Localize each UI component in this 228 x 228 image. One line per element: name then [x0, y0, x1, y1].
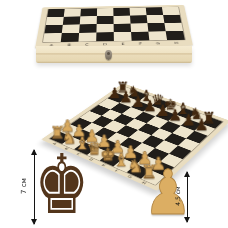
square: [43, 33, 62, 42]
square: [114, 24, 131, 33]
file-letter: E: [101, 163, 107, 167]
square: [44, 25, 62, 34]
square: [131, 23, 149, 32]
square: [166, 31, 185, 40]
square: [164, 23, 183, 32]
pawn-size-figure: ♟ 4,5 см: [138, 162, 212, 226]
king-size-figure: 7 см ♚: [14, 146, 94, 228]
square: [147, 23, 165, 32]
black-pawn: ♟: [193, 117, 211, 133]
black-king-piece: ♚: [34, 144, 84, 226]
square: [78, 32, 96, 41]
file-letter: F: [139, 42, 142, 46]
measure-arrow-icon: [187, 172, 188, 222]
closed-box-checkerboard-lid: ABCDEFGH: [35, 5, 193, 48]
chess-set-product-photo: ABCDEFGH ♜♞♝♛♚♝♞♜♟♟♟♟♟♟♟♟♟♟♟♟♟♟♟♟♜♞♝♛♚♝♞…: [0, 0, 228, 228]
square: [62, 24, 80, 33]
square: [79, 24, 97, 33]
king-height-label: 7 см: [20, 172, 28, 200]
square: [114, 32, 132, 41]
square: [148, 31, 167, 40]
file-letter: H: [174, 41, 178, 45]
square: [61, 33, 79, 42]
square: [131, 32, 149, 41]
pawn-height-label: 4,5 см: [174, 183, 182, 209]
square: [96, 24, 113, 33]
file-letter: G: [127, 174, 133, 178]
square: [96, 32, 114, 41]
folded-board-squares: [43, 7, 185, 42]
file-letter: G: [156, 41, 160, 45]
